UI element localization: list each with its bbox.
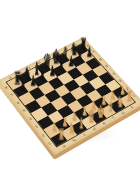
piece-black-pawn-f7: ♟ <box>67 55 74 70</box>
coord-label: 5 <box>105 65 109 69</box>
coord-label: 8 <box>4 86 8 90</box>
coord-label: 6 <box>98 58 102 61</box>
piece-white-rook-h1: ♜ <box>125 89 132 104</box>
piece-black-pawn-d7: ♟ <box>48 64 55 79</box>
coord-label: d <box>92 127 97 131</box>
coord-label: 4 <box>28 117 32 121</box>
coord-label: 3 <box>35 125 39 129</box>
chess-board: abcdefgh abcdefgh 87654321 87654321 ♜♞♝♛… <box>0 37 140 155</box>
piece-white-king-e1: ♚ <box>97 103 104 120</box>
coord-label: g <box>120 111 125 115</box>
coord-label: b <box>72 138 77 142</box>
piece-black-pawn-h7: ♟ <box>85 45 92 59</box>
chess-set-scene: abcdefgh abcdefgh 87654321 87654321 ♜♞♝♛… <box>0 0 140 187</box>
piece-white-knight-g1: ♞ <box>116 94 123 109</box>
piece-white-knight-b1: ♞ <box>67 121 75 137</box>
coord-label: a <box>62 144 67 148</box>
piece-black-pawn-b7: ♟ <box>29 74 36 89</box>
piece-white-bishop-c1: ♝ <box>77 116 84 132</box>
chess-set-product-photo: abcdefgh abcdefgh 87654321 87654321 ♜♞♝♛… <box>0 0 140 187</box>
piece-white-bishop-f1: ♝ <box>107 100 114 115</box>
board-face: abcdefgh abcdefgh 87654321 87654321 ♜♞♝♛… <box>0 37 140 155</box>
piece-white-queen-d1: ♛ <box>87 108 94 126</box>
piece-black-pawn-c7: ♟ <box>39 69 46 84</box>
coord-label: 5 <box>22 109 26 113</box>
piece-black-pawn-g7: ♟ <box>76 50 83 64</box>
coord-label: f <box>112 116 116 119</box>
piece-black-pawn-a7: ♟ <box>19 79 26 94</box>
coord-label: c <box>82 132 86 136</box>
coord-label: 6 <box>16 101 20 105</box>
piece-black-pawn-e7: ♟ <box>58 60 65 75</box>
piece-white-rook-a1: ♜ <box>57 127 65 143</box>
coord-label: h <box>130 105 135 109</box>
coord-label: 4 <box>112 72 116 76</box>
coord-label: 7 <box>10 93 14 97</box>
coord-label: 2 <box>41 133 46 137</box>
board-grid: ♜♞♝♛♚♝♞♜♟♟♟♟♟♟♟♟♟♟♟♟♟♟♟♟♜♞♝♛♚♝♞♜ <box>7 44 135 146</box>
coord-label: 1 <box>48 142 53 146</box>
coord-label: e <box>102 121 107 125</box>
